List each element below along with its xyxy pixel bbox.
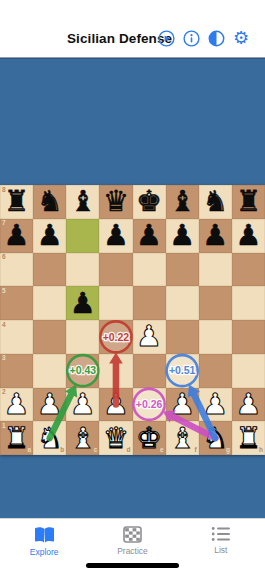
square-b4[interactable] <box>33 320 66 354</box>
square-h2[interactable]: ♟ <box>232 388 265 422</box>
square-f8[interactable]: ♝ <box>166 185 199 219</box>
chess-board[interactable]: 8♜♞♝♛♚♝♞♜7♟♟♟♟♟♟♟65♟4♟32♟♟♟♟♟♟♟1a♜b♞c♝d♛… <box>0 185 265 455</box>
square-c1[interactable]: c♝ <box>66 421 99 455</box>
contrast-icon[interactable] <box>207 29 225 47</box>
square-d1[interactable]: d♛ <box>99 421 132 455</box>
square-b1[interactable]: b♞ <box>33 421 66 455</box>
white-pawn[interactable]: ♟ <box>4 390 30 419</box>
info-icon[interactable] <box>182 29 200 47</box>
square-h6[interactable] <box>232 253 265 287</box>
square-g8[interactable]: ♞ <box>199 185 232 219</box>
white-pawn[interactable]: ♟ <box>235 390 261 419</box>
black-knight[interactable]: ♞ <box>37 187 63 216</box>
square-f5[interactable] <box>166 286 199 320</box>
list-icon <box>211 526 231 542</box>
black-pawn[interactable]: ♟ <box>136 221 162 250</box>
black-pawn[interactable]: ♟ <box>202 221 228 250</box>
black-bishop[interactable]: ♝ <box>70 187 96 216</box>
square-b3[interactable] <box>33 354 66 388</box>
square-a8[interactable]: 8♜ <box>0 185 33 219</box>
square-e3[interactable] <box>133 354 166 388</box>
square-d2[interactable]: ♟ <box>99 388 132 422</box>
square-e1[interactable]: e♚ <box>133 421 166 455</box>
tab-practice-label: Practice <box>117 546 148 556</box>
square-f3[interactable] <box>166 354 199 388</box>
black-queen[interactable]: ♛ <box>103 187 129 216</box>
white-bishop[interactable]: ♝ <box>169 424 195 453</box>
board-squares[interactable]: 8♜♞♝♛♚♝♞♜7♟♟♟♟♟♟♟65♟4♟32♟♟♟♟♟♟♟1a♜b♞c♝d♛… <box>0 185 265 455</box>
square-g6[interactable] <box>199 253 232 287</box>
book-icon <box>33 526 56 544</box>
white-pawn[interactable]: ♟ <box>202 390 228 419</box>
square-c2[interactable]: ♟ <box>66 388 99 422</box>
square-b5[interactable] <box>33 286 66 320</box>
square-e6[interactable] <box>133 253 166 287</box>
white-pawn[interactable]: ♟ <box>136 322 162 351</box>
square-g1[interactable]: g♞ <box>199 421 232 455</box>
white-knight[interactable]: ♞ <box>202 424 228 453</box>
square-c6[interactable] <box>66 253 99 287</box>
white-rook[interactable]: ♜ <box>235 424 261 453</box>
black-rook[interactable]: ♜ <box>4 187 30 216</box>
square-a6[interactable]: 6 <box>0 253 33 287</box>
square-f4[interactable] <box>166 320 199 354</box>
rank-label-4: 4 <box>2 322 6 329</box>
white-pawn[interactable]: ♟ <box>103 390 129 419</box>
square-d4[interactable] <box>99 320 132 354</box>
home-indicator[interactable] <box>86 563 179 568</box>
tab-explore-label: Explore <box>30 547 59 557</box>
white-rook[interactable]: ♜ <box>4 424 30 453</box>
black-pawn[interactable]: ♟ <box>103 221 129 250</box>
rank-label-3: 3 <box>2 355 6 362</box>
rank-label-6: 6 <box>2 254 6 261</box>
square-c3[interactable] <box>66 354 99 388</box>
square-h7[interactable]: ♟ <box>232 219 265 253</box>
square-b7[interactable]: ♟ <box>33 219 66 253</box>
square-c8[interactable]: ♝ <box>66 185 99 219</box>
gear-icon[interactable]: ⚙ <box>232 29 250 47</box>
square-c7[interactable] <box>66 219 99 253</box>
square-h5[interactable] <box>232 286 265 320</box>
white-pawn[interactable]: ♟ <box>169 390 195 419</box>
play-icon[interactable] <box>157 29 175 47</box>
tab-explore[interactable]: Explore <box>0 519 88 574</box>
square-f6[interactable] <box>166 253 199 287</box>
square-e5[interactable] <box>133 286 166 320</box>
square-g4[interactable] <box>199 320 232 354</box>
square-d3[interactable] <box>99 354 132 388</box>
square-d6[interactable] <box>99 253 132 287</box>
square-g5[interactable] <box>199 286 232 320</box>
black-king[interactable]: ♚ <box>136 187 162 216</box>
square-h3[interactable] <box>232 354 265 388</box>
white-knight[interactable]: ♞ <box>37 424 63 453</box>
square-a7[interactable]: 7♟ <box>0 219 33 253</box>
square-a2[interactable]: 2♟ <box>0 388 33 422</box>
black-pawn[interactable]: ♟ <box>169 221 195 250</box>
square-h1[interactable]: h♜ <box>232 421 265 455</box>
square-b8[interactable]: ♞ <box>33 185 66 219</box>
square-a4[interactable]: 4 <box>0 320 33 354</box>
square-g3[interactable] <box>199 354 232 388</box>
tab-list[interactable]: List <box>177 519 265 574</box>
black-pawn[interactable]: ♟ <box>4 221 30 250</box>
black-bishop[interactable]: ♝ <box>169 187 195 216</box>
square-c5[interactable]: ♟ <box>66 286 99 320</box>
square-d8[interactable]: ♛ <box>99 185 132 219</box>
white-bishop[interactable]: ♝ <box>70 424 96 453</box>
navigation-bar: Sicilian Defense <box>0 0 265 58</box>
square-c4[interactable] <box>66 320 99 354</box>
square-e8[interactable]: ♚ <box>133 185 166 219</box>
white-pawn[interactable]: ♟ <box>37 390 63 419</box>
square-h8[interactable]: ♜ <box>232 185 265 219</box>
square-b2[interactable]: ♟ <box>33 388 66 422</box>
square-e7[interactable]: ♟ <box>133 219 166 253</box>
square-e2[interactable] <box>133 388 166 422</box>
black-pawn[interactable]: ♟ <box>70 289 96 318</box>
board-background: 8♜♞♝♛♚♝♞♜7♟♟♟♟♟♟♟65♟4♟32♟♟♟♟♟♟♟1a♜b♞c♝d♛… <box>0 57 265 518</box>
black-knight[interactable]: ♞ <box>202 187 228 216</box>
black-pawn[interactable]: ♟ <box>235 221 261 250</box>
square-g2[interactable]: ♟ <box>199 388 232 422</box>
square-a1[interactable]: 1a♜ <box>0 421 33 455</box>
square-a3[interactable]: 3 <box>0 354 33 388</box>
header-actions: ⚙ <box>157 29 250 47</box>
square-a5[interactable]: 5 <box>0 286 33 320</box>
white-queen[interactable]: ♛ <box>103 424 129 453</box>
tab-list-label: List <box>214 545 227 555</box>
square-g7[interactable]: ♟ <box>199 219 232 253</box>
square-b6[interactable] <box>33 253 66 287</box>
square-f1[interactable]: f♝ <box>166 421 199 455</box>
rank-label-5: 5 <box>2 288 6 295</box>
black-rook[interactable]: ♜ <box>235 187 261 216</box>
square-h4[interactable] <box>232 320 265 354</box>
square-e4[interactable]: ♟ <box>133 320 166 354</box>
square-d5[interactable] <box>99 286 132 320</box>
app-screen: Sicilian Defense <box>0 0 265 574</box>
black-pawn[interactable]: ♟ <box>37 221 63 250</box>
square-d7[interactable]: ♟ <box>99 219 132 253</box>
square-f7[interactable]: ♟ <box>166 219 199 253</box>
white-pawn[interactable]: ♟ <box>70 390 96 419</box>
checkerboard-icon <box>123 526 142 543</box>
square-f2[interactable]: ♟ <box>166 388 199 422</box>
white-king[interactable]: ♚ <box>136 424 162 453</box>
